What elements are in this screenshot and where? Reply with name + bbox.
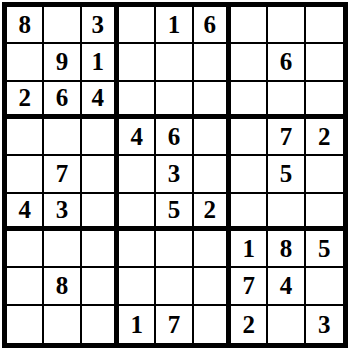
- cell-r7c5[interactable]: [156, 231, 193, 268]
- cell-r7c8[interactable]: 8: [268, 231, 305, 268]
- cell-r7c3[interactable]: [82, 231, 119, 268]
- cell-r3c6[interactable]: [194, 82, 231, 119]
- cell-r3c2[interactable]: 6: [44, 82, 81, 119]
- cell-r9c2[interactable]: [44, 306, 81, 343]
- cell-r7c1[interactable]: [7, 231, 44, 268]
- cell-r8c2[interactable]: 8: [44, 268, 81, 305]
- cell-r3c5[interactable]: [156, 82, 193, 119]
- cell-r2c1[interactable]: [7, 44, 44, 81]
- given-digit: 1: [242, 236, 255, 261]
- cell-r9c6[interactable]: [194, 306, 231, 343]
- cell-r9c7[interactable]: 2: [231, 306, 268, 343]
- cell-r8c5[interactable]: [156, 268, 193, 305]
- given-digit: 6: [56, 85, 69, 110]
- cell-r1c7[interactable]: [231, 7, 268, 44]
- given-digit: 5: [318, 236, 331, 261]
- cell-r1c4[interactable]: [119, 7, 156, 44]
- cell-r9c9[interactable]: 3: [306, 306, 343, 343]
- given-digit: 8: [18, 12, 31, 37]
- given-digit: 7: [56, 161, 69, 186]
- cell-r4c9[interactable]: 2: [306, 119, 343, 156]
- cell-r5c9[interactable]: [306, 156, 343, 193]
- cell-r8c7[interactable]: 7: [231, 268, 268, 305]
- cell-r7c7[interactable]: 1: [231, 231, 268, 268]
- cell-r8c3[interactable]: [82, 268, 119, 305]
- given-digit: 1: [92, 49, 105, 74]
- cell-r4c3[interactable]: [82, 119, 119, 156]
- given-digit: 6: [204, 12, 217, 37]
- cell-r8c8[interactable]: 4: [268, 268, 305, 305]
- cell-r6c1[interactable]: 4: [7, 194, 44, 231]
- cell-r2c2[interactable]: 9: [44, 44, 81, 81]
- given-digit: 3: [318, 312, 331, 337]
- given-digit: 1: [130, 312, 143, 337]
- given-digit: 2: [318, 124, 331, 149]
- cell-r3c9[interactable]: [306, 82, 343, 119]
- cell-r3c8[interactable]: [268, 82, 305, 119]
- cell-r5c7[interactable]: [231, 156, 268, 193]
- cell-r9c8[interactable]: [268, 306, 305, 343]
- cell-r5c1[interactable]: [7, 156, 44, 193]
- cell-r5c2[interactable]: 7: [44, 156, 81, 193]
- given-digit: 8: [56, 273, 69, 298]
- cell-r9c3[interactable]: [82, 306, 119, 343]
- given-digit: 4: [130, 124, 143, 149]
- cell-r5c8[interactable]: 5: [268, 156, 305, 193]
- cell-r1c9[interactable]: [306, 7, 343, 44]
- cell-r6c4[interactable]: [119, 194, 156, 231]
- sudoku-page: 8316916264467273543521858741723: [0, 0, 350, 350]
- cell-r8c6[interactable]: [194, 268, 231, 305]
- given-digit: 4: [18, 197, 31, 222]
- given-digit: 7: [242, 273, 255, 298]
- cell-r9c1[interactable]: [7, 306, 44, 343]
- cell-r2c5[interactable]: [156, 44, 193, 81]
- given-digit: 2: [204, 197, 217, 222]
- cell-r8c4[interactable]: [119, 268, 156, 305]
- cell-r7c2[interactable]: [44, 231, 81, 268]
- cell-r6c5[interactable]: 5: [156, 194, 193, 231]
- given-digit: 3: [92, 12, 105, 37]
- given-digit: 5: [168, 197, 181, 222]
- cell-r4c5[interactable]: 6: [156, 119, 193, 156]
- sudoku-board: 8316916264467273543521858741723: [2, 2, 348, 348]
- cell-r4c4[interactable]: 4: [119, 119, 156, 156]
- cell-r8c9[interactable]: [306, 268, 343, 305]
- cell-r5c3[interactable]: [82, 156, 119, 193]
- cell-r3c7[interactable]: [231, 82, 268, 119]
- cell-r7c9[interactable]: 5: [306, 231, 343, 268]
- given-digit: 7: [280, 124, 293, 149]
- cell-r6c2[interactable]: 3: [44, 194, 81, 231]
- cell-r5c5[interactable]: 3: [156, 156, 193, 193]
- cell-r1c6[interactable]: 6: [194, 7, 231, 44]
- cell-r4c7[interactable]: [231, 119, 268, 156]
- cell-r3c3[interactable]: 4: [82, 82, 119, 119]
- cell-r2c4[interactable]: [119, 44, 156, 81]
- cell-r6c3[interactable]: [82, 194, 119, 231]
- cell-r6c6[interactable]: 2: [194, 194, 231, 231]
- given-digit: 7: [168, 312, 181, 337]
- cell-r4c1[interactable]: [7, 119, 44, 156]
- cell-r9c4[interactable]: 1: [119, 306, 156, 343]
- given-digit: 2: [242, 312, 255, 337]
- given-digit: 8: [280, 236, 293, 261]
- given-digit: 9: [56, 49, 69, 74]
- given-digit: 6: [280, 49, 293, 74]
- cell-r2c3[interactable]: 1: [82, 44, 119, 81]
- cell-r1c5[interactable]: 1: [156, 7, 193, 44]
- given-digit: 3: [56, 197, 69, 222]
- given-digit: 5: [280, 161, 293, 186]
- cell-r6c8[interactable]: [268, 194, 305, 231]
- given-digit: 2: [18, 85, 31, 110]
- given-digit: 1: [168, 12, 181, 37]
- cell-r6c9[interactable]: [306, 194, 343, 231]
- cell-r3c4[interactable]: [119, 82, 156, 119]
- cell-r6c7[interactable]: [231, 194, 268, 231]
- cell-r3c1[interactable]: 2: [7, 82, 44, 119]
- cell-r7c6[interactable]: [194, 231, 231, 268]
- cell-r2c8[interactable]: 6: [268, 44, 305, 81]
- cell-r2c6[interactable]: [194, 44, 231, 81]
- cell-r1c8[interactable]: [268, 7, 305, 44]
- cell-r1c3[interactable]: 3: [82, 7, 119, 44]
- cell-r5c6[interactable]: [194, 156, 231, 193]
- cell-r4c2[interactable]: [44, 119, 81, 156]
- cell-r4c6[interactable]: [194, 119, 231, 156]
- cell-r2c7[interactable]: [231, 44, 268, 81]
- cell-r9c5[interactable]: 7: [156, 306, 193, 343]
- cell-r4c8[interactable]: 7: [268, 119, 305, 156]
- given-digit: 4: [280, 273, 293, 298]
- given-digit: 6: [168, 124, 181, 149]
- cell-r5c4[interactable]: [119, 156, 156, 193]
- given-digit: 4: [92, 85, 105, 110]
- cell-r7c4[interactable]: [119, 231, 156, 268]
- cell-r1c1[interactable]: 8: [7, 7, 44, 44]
- given-digit: 3: [168, 161, 181, 186]
- cell-r1c2[interactable]: [44, 7, 81, 44]
- cell-r8c1[interactable]: [7, 268, 44, 305]
- cell-r2c9[interactable]: [306, 44, 343, 81]
